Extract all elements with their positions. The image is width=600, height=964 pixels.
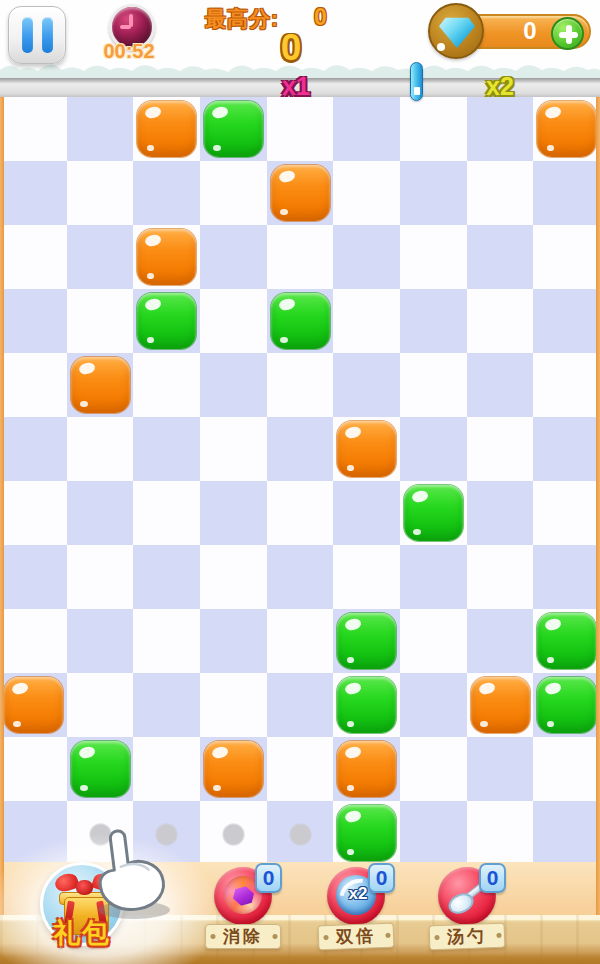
hand-cursor-icon — [84, 828, 180, 920]
board-cell — [67, 609, 134, 673]
game-board[interactable] — [0, 97, 600, 865]
board-cell — [467, 161, 534, 225]
board-cell — [200, 609, 267, 673]
powerup-eliminate-button[interactable]: 0 消除 — [212, 865, 274, 961]
board-cell — [67, 481, 134, 545]
tutorial-dot — [222, 823, 245, 846]
board-cell — [400, 545, 467, 609]
orange-jelly-piece[interactable] — [4, 677, 63, 733]
powerup-spoon-button[interactable]: 0 汤勺 — [436, 865, 498, 961]
board-cell — [467, 289, 534, 353]
board-cell — [333, 481, 400, 545]
green-jelly-piece[interactable] — [337, 677, 396, 733]
board-cell — [400, 289, 467, 353]
eliminate-label: 消除 — [205, 924, 281, 949]
board-cell — [133, 481, 200, 545]
green-jelly-piece[interactable] — [404, 485, 463, 541]
board-cell — [400, 609, 467, 673]
orange-jelly-piece[interactable] — [537, 101, 596, 157]
board-cell — [133, 417, 200, 481]
double-count-badge: 0 — [368, 863, 395, 893]
board-cell — [67, 673, 134, 737]
board-cell — [333, 289, 400, 353]
board-cell — [133, 609, 200, 673]
board-cell — [133, 161, 200, 225]
board-cell — [0, 97, 67, 161]
top-hud: 00:52 最高分: 0 0 0 — [0, 0, 600, 78]
board-cell — [400, 353, 467, 417]
board-cell — [467, 801, 534, 865]
board-cell — [467, 737, 534, 801]
board-cell — [400, 225, 467, 289]
powerup-double-button[interactable]: x2 0 双倍 — [325, 865, 387, 961]
board-cell — [467, 225, 534, 289]
add-gems-button[interactable] — [551, 17, 584, 50]
board-cell — [200, 545, 267, 609]
board-cell — [400, 673, 467, 737]
double-label: 双倍 — [318, 923, 395, 951]
board-cell — [333, 545, 400, 609]
multiplier-x1-label: x1 — [282, 72, 310, 101]
board-border-right — [596, 97, 600, 915]
board-cell — [467, 481, 534, 545]
tutorial-dot — [289, 823, 312, 846]
board-border-left — [0, 97, 4, 915]
orange-jelly-piece[interactable] — [337, 741, 396, 797]
board-cell — [267, 545, 334, 609]
orange-jelly-piece[interactable] — [471, 677, 530, 733]
board-cell — [333, 225, 400, 289]
board-cell — [333, 161, 400, 225]
board-cell — [467, 417, 534, 481]
board-cell — [267, 481, 334, 545]
orange-jelly-piece[interactable] — [137, 101, 196, 157]
board-cell — [400, 737, 467, 801]
green-jelly-piece[interactable] — [137, 293, 196, 349]
board-cell — [400, 801, 467, 865]
orange-jelly-piece[interactable] — [271, 165, 330, 221]
board-cell — [400, 417, 467, 481]
green-jelly-piece[interactable] — [271, 293, 330, 349]
board-cell — [200, 673, 267, 737]
pause-icon — [42, 17, 53, 53]
green-jelly-piece[interactable] — [337, 613, 396, 669]
bottom-hud: 礼包 0 消除 x2 0 双倍 0 汤勺 — [0, 862, 600, 964]
board-cell — [533, 737, 600, 801]
board-cell — [200, 481, 267, 545]
board-cell — [200, 161, 267, 225]
board-cell — [0, 737, 67, 801]
pause-button[interactable] — [8, 6, 66, 64]
board-cell — [267, 737, 334, 801]
game-screen: 00:52 最高分: 0 0 0 x1 x2 — [0, 0, 600, 964]
board-cell — [533, 481, 600, 545]
eliminate-count-badge: 0 — [255, 863, 282, 893]
spoon-count-badge: 0 — [479, 863, 506, 893]
progress-marker-icon — [410, 62, 423, 101]
gift-label: 礼包 — [26, 915, 138, 951]
board-cell — [67, 225, 134, 289]
orange-jelly-piece[interactable] — [337, 421, 396, 477]
green-jelly-piece[interactable] — [71, 741, 130, 797]
board-cell — [467, 353, 534, 417]
diamond-icon — [428, 3, 484, 59]
board-cell — [200, 289, 267, 353]
board-cell — [267, 673, 334, 737]
board-cell — [400, 161, 467, 225]
board-cell — [533, 545, 600, 609]
board-cell — [67, 289, 134, 353]
board-cell — [333, 97, 400, 161]
board-cell — [267, 417, 334, 481]
current-score: 0 — [259, 27, 323, 69]
board-cell — [0, 481, 67, 545]
board-cell — [533, 161, 600, 225]
board-cell — [267, 225, 334, 289]
board-cell — [67, 545, 134, 609]
board-cell — [0, 289, 67, 353]
board-cell — [267, 97, 334, 161]
board-cell — [267, 353, 334, 417]
board-cell — [533, 801, 600, 865]
board-cell — [200, 417, 267, 481]
board-cell — [0, 225, 67, 289]
board-cell — [0, 353, 67, 417]
board-cell — [0, 609, 67, 673]
board-cell — [533, 289, 600, 353]
green-jelly-piece[interactable] — [537, 613, 596, 669]
board-cell — [533, 417, 600, 481]
board-cell — [67, 417, 134, 481]
board-cell — [200, 353, 267, 417]
board-cell — [67, 97, 134, 161]
multiplier-bar: x1 x2 — [0, 78, 600, 97]
board-cell — [133, 545, 200, 609]
board-cell — [0, 161, 67, 225]
board-cell — [200, 225, 267, 289]
multiplier-x2-label: x2 — [486, 72, 514, 101]
board-cell — [133, 353, 200, 417]
pause-icon — [22, 17, 33, 53]
board-cell — [0, 545, 67, 609]
orange-jelly-piece[interactable] — [71, 357, 130, 413]
green-jelly-piece[interactable] — [537, 677, 596, 733]
board-cell — [0, 417, 67, 481]
board-cell — [400, 97, 467, 161]
board-cell — [467, 609, 534, 673]
board-cell — [467, 97, 534, 161]
green-jelly-piece[interactable] — [204, 101, 263, 157]
green-jelly-piece[interactable] — [337, 805, 396, 861]
board-cell — [533, 353, 600, 417]
orange-jelly-piece[interactable] — [137, 229, 196, 285]
spoon-label: 汤勺 — [429, 923, 506, 951]
board-cell — [467, 545, 534, 609]
board-cell — [133, 673, 200, 737]
board-cell — [267, 609, 334, 673]
gem-count: 0 — [505, 17, 555, 45]
board-cell — [333, 353, 400, 417]
orange-jelly-piece[interactable] — [204, 741, 263, 797]
board-cell — [67, 161, 134, 225]
timer-text: 00:52 — [86, 40, 172, 63]
board-cell — [533, 225, 600, 289]
board-cell — [133, 737, 200, 801]
